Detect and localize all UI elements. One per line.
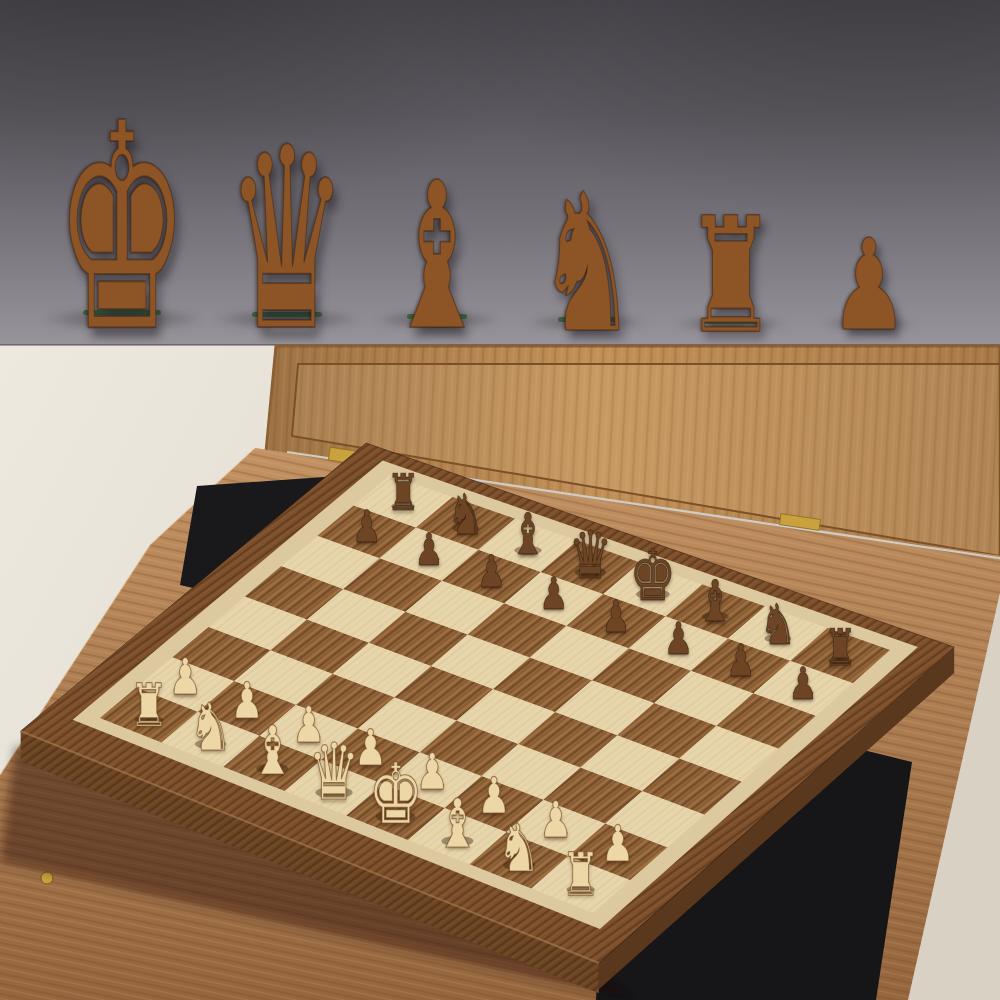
piece-shadow	[135, 715, 163, 724]
piece-shadow	[173, 686, 197, 694]
piece-shadow	[235, 709, 259, 717]
piece-shadow	[606, 853, 630, 861]
piece-shadow	[315, 787, 352, 799]
piece-shadow	[419, 556, 440, 563]
piece-shadow	[544, 829, 568, 837]
chess-case-scene	[0, 0, 1000, 1000]
piece-shadow	[730, 667, 751, 674]
piece-shadow	[441, 836, 473, 847]
piece-shadow	[668, 645, 689, 652]
chess-set-product-photo: ♚♛♝♞♜♟ ♜♞♟♝♟♛♟♚♟♝♟♞♟♜♟♟♟♟♜♟♞♟♝♟♛♟♚♟♝♟♞♜	[0, 0, 1000, 1000]
piece-shadow	[575, 567, 606, 577]
piece-shadow	[636, 589, 670, 600]
piece-shadow	[359, 757, 383, 765]
piece-shadow	[356, 533, 377, 540]
piece-shadow	[515, 546, 542, 555]
piece-shadow	[503, 860, 534, 870]
piece-shadow	[793, 690, 814, 697]
piece-shadow	[828, 657, 852, 665]
piece-shadow	[765, 634, 792, 643]
piece-shadow	[452, 524, 479, 533]
piece-shadow	[702, 612, 729, 621]
piece-shadow	[481, 578, 502, 585]
piece-shadow	[482, 805, 506, 813]
piece-shadow	[543, 600, 564, 607]
piece-shadow	[297, 733, 321, 741]
piece-shadow	[376, 810, 416, 823]
brass-screw	[41, 872, 53, 884]
piece-shadow	[421, 781, 445, 789]
piece-shadow	[256, 763, 288, 774]
piece-shadow	[567, 885, 595, 894]
piece-shadow	[391, 502, 415, 510]
piece-shadow	[606, 623, 627, 630]
piece-shadow	[195, 739, 226, 749]
